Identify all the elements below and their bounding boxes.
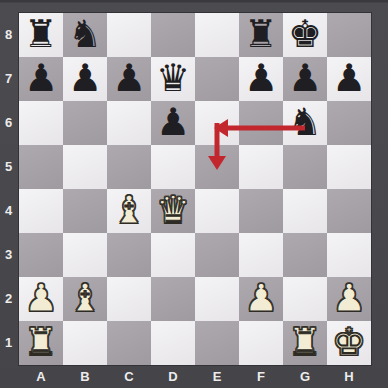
square-h8[interactable]	[327, 13, 371, 57]
white-queen-d4[interactable]: ♛	[151, 189, 195, 233]
file-label-B: B	[63, 366, 107, 387]
square-e1[interactable]	[195, 321, 239, 365]
square-h3[interactable]	[327, 233, 371, 277]
square-e8[interactable]	[195, 13, 239, 57]
square-c5[interactable]	[107, 145, 151, 189]
white-rook-g1[interactable]: ♜	[283, 321, 327, 365]
square-a4[interactable]	[19, 189, 63, 233]
square-g4[interactable]	[283, 189, 327, 233]
square-a3[interactable]	[19, 233, 63, 277]
file-label-F: F	[239, 366, 283, 387]
black-pawn-d6[interactable]: ♟	[151, 101, 195, 145]
square-b3[interactable]	[63, 233, 107, 277]
square-c8[interactable]	[107, 13, 151, 57]
square-d8[interactable]	[151, 13, 195, 57]
black-pawn-b7[interactable]: ♟	[63, 57, 107, 101]
square-a7[interactable]: ♟	[19, 57, 63, 101]
file-label-A: A	[19, 366, 63, 387]
square-c2[interactable]	[107, 277, 151, 321]
white-pawn-h2[interactable]: ♟	[327, 277, 371, 321]
square-e4[interactable]	[195, 189, 239, 233]
square-e5[interactable]	[195, 145, 239, 189]
chess-board-frame: 87654321 ABCDEFGH ♜♞♜♚♟♟♟♛♟♟♟♟♞♝♛♟♝♟♟♜♜♚	[0, 0, 388, 388]
square-c4[interactable]: ♝	[107, 189, 151, 233]
square-h7[interactable]: ♟	[327, 57, 371, 101]
square-a8[interactable]: ♜	[19, 13, 63, 57]
black-king-g8[interactable]: ♚	[283, 13, 327, 57]
black-knight-b8[interactable]: ♞	[63, 13, 107, 57]
square-a6[interactable]	[19, 101, 63, 145]
white-king-h1[interactable]: ♚	[327, 321, 371, 365]
square-g6[interactable]: ♞	[283, 101, 327, 145]
square-d5[interactable]	[151, 145, 195, 189]
square-d1[interactable]	[151, 321, 195, 365]
square-b6[interactable]	[63, 101, 107, 145]
file-label-G: G	[283, 366, 327, 387]
square-f3[interactable]	[239, 233, 283, 277]
square-d6[interactable]: ♟	[151, 101, 195, 145]
square-a2[interactable]: ♟	[19, 277, 63, 321]
square-c3[interactable]	[107, 233, 151, 277]
square-g1[interactable]: ♜	[283, 321, 327, 365]
square-b4[interactable]	[63, 189, 107, 233]
square-f8[interactable]: ♜	[239, 13, 283, 57]
square-h2[interactable]: ♟	[327, 277, 371, 321]
white-bishop-b2[interactable]: ♝	[63, 277, 107, 321]
black-pawn-c7[interactable]: ♟	[107, 57, 151, 101]
square-d2[interactable]	[151, 277, 195, 321]
file-label-D: D	[151, 366, 195, 387]
square-h1[interactable]: ♚	[327, 321, 371, 365]
square-h6[interactable]	[327, 101, 371, 145]
rank-label-8: 8	[0, 13, 17, 57]
file-label-E: E	[195, 366, 239, 387]
white-rook-a1[interactable]: ♜	[19, 321, 63, 365]
rank-label-5: 5	[0, 145, 17, 189]
square-f2[interactable]: ♟	[239, 277, 283, 321]
square-g8[interactable]: ♚	[283, 13, 327, 57]
file-label-H: H	[327, 366, 371, 387]
black-knight-g6[interactable]: ♞	[283, 101, 327, 145]
square-d7[interactable]: ♛	[151, 57, 195, 101]
chess-board: ♜♞♜♚♟♟♟♛♟♟♟♟♞♝♛♟♝♟♟♜♜♚	[19, 13, 371, 365]
square-g2[interactable]	[283, 277, 327, 321]
square-h4[interactable]	[327, 189, 371, 233]
square-c7[interactable]: ♟	[107, 57, 151, 101]
rank-label-3: 3	[0, 233, 17, 277]
square-b8[interactable]: ♞	[63, 13, 107, 57]
square-g5[interactable]	[283, 145, 327, 189]
square-a5[interactable]	[19, 145, 63, 189]
rank-label-4: 4	[0, 189, 17, 233]
square-b1[interactable]	[63, 321, 107, 365]
black-rook-f8[interactable]: ♜	[239, 13, 283, 57]
square-f4[interactable]	[239, 189, 283, 233]
square-h5[interactable]	[327, 145, 371, 189]
black-pawn-h7[interactable]: ♟	[327, 57, 371, 101]
square-e3[interactable]	[195, 233, 239, 277]
square-a1[interactable]: ♜	[19, 321, 63, 365]
square-d4[interactable]: ♛	[151, 189, 195, 233]
square-d3[interactable]	[151, 233, 195, 277]
square-b7[interactable]: ♟	[63, 57, 107, 101]
rank-label-6: 6	[0, 101, 17, 145]
white-pawn-a2[interactable]: ♟	[19, 277, 63, 321]
white-pawn-f2[interactable]: ♟	[239, 277, 283, 321]
square-b5[interactable]	[63, 145, 107, 189]
square-c1[interactable]	[107, 321, 151, 365]
square-f6[interactable]	[239, 101, 283, 145]
square-g3[interactable]	[283, 233, 327, 277]
square-f1[interactable]	[239, 321, 283, 365]
rank-label-2: 2	[0, 277, 17, 321]
square-e6[interactable]	[195, 101, 239, 145]
square-g7[interactable]: ♟	[283, 57, 327, 101]
square-f5[interactable]	[239, 145, 283, 189]
square-c6[interactable]	[107, 101, 151, 145]
square-e7[interactable]	[195, 57, 239, 101]
rank-label-1: 1	[0, 321, 17, 365]
square-b2[interactable]: ♝	[63, 277, 107, 321]
black-pawn-f7[interactable]: ♟	[239, 57, 283, 101]
black-pawn-a7[interactable]: ♟	[19, 57, 63, 101]
square-f7[interactable]: ♟	[239, 57, 283, 101]
file-label-C: C	[107, 366, 151, 387]
black-queen-d7[interactable]: ♛	[151, 57, 195, 101]
white-bishop-c4[interactable]: ♝	[107, 189, 151, 233]
black-pawn-g7[interactable]: ♟	[283, 57, 327, 101]
square-e2[interactable]	[195, 277, 239, 321]
black-rook-a8[interactable]: ♜	[19, 13, 63, 57]
rank-label-7: 7	[0, 57, 17, 101]
